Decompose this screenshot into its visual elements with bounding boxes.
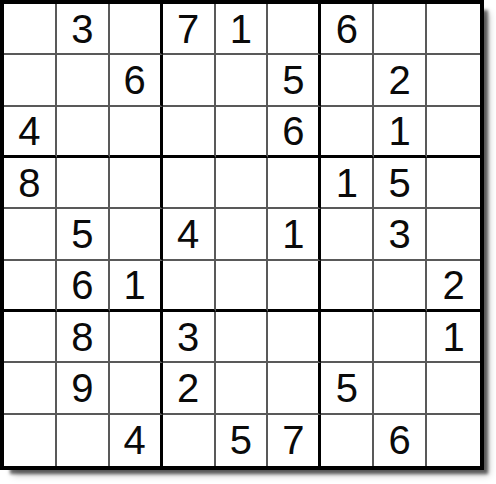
given-digit: 3: [177, 317, 199, 357]
cell-r3c2[interactable]: [57, 107, 110, 158]
given-digit: 1: [389, 111, 411, 151]
cell-r5c5[interactable]: [216, 209, 269, 260]
cell-r5c1[interactable]: [4, 209, 57, 260]
cell-r4c6[interactable]: [268, 158, 321, 209]
cell-r6c8[interactable]: [374, 261, 427, 312]
sudoku-board: 371665246181554136128319254576: [0, 0, 484, 470]
cell-r7c5[interactable]: [216, 312, 269, 363]
cell-r6c6[interactable]: [268, 261, 321, 312]
cell-r1c4[interactable]: 7: [163, 4, 216, 55]
cell-r3c7[interactable]: [321, 107, 374, 158]
cell-r6c5[interactable]: [216, 261, 269, 312]
given-digit: 9: [71, 368, 93, 408]
cell-r9c4[interactable]: [163, 415, 216, 466]
cell-r2c1[interactable]: [4, 55, 57, 106]
given-digit: 7: [282, 420, 304, 460]
cell-r1c6[interactable]: [268, 4, 321, 55]
cell-r4c1[interactable]: 8: [4, 158, 57, 209]
cell-r1c3[interactable]: [110, 4, 163, 55]
cell-r9c6[interactable]: 7: [268, 415, 321, 466]
cell-r7c1[interactable]: [4, 312, 57, 363]
given-digit: 6: [124, 60, 146, 100]
given-digit: 1: [442, 317, 464, 357]
given-digit: 2: [442, 265, 464, 305]
cell-r4c5[interactable]: [216, 158, 269, 209]
cell-r1c1[interactable]: [4, 4, 57, 55]
cell-r2c4[interactable]: [163, 55, 216, 106]
cell-r2c7[interactable]: [321, 55, 374, 106]
cell-r1c2[interactable]: 3: [57, 4, 110, 55]
given-digit: 5: [336, 368, 358, 408]
cell-r8c4[interactable]: 2: [163, 363, 216, 414]
cell-r4c4[interactable]: [163, 158, 216, 209]
cell-r9c7[interactable]: [321, 415, 374, 466]
given-digit: 6: [71, 265, 93, 305]
cell-r5c9[interactable]: [427, 209, 480, 260]
cell-r5c4[interactable]: 4: [163, 209, 216, 260]
cell-r6c4[interactable]: [163, 261, 216, 312]
cell-r2c8[interactable]: 2: [374, 55, 427, 106]
cell-r7c8[interactable]: [374, 312, 427, 363]
given-digit: 2: [389, 60, 411, 100]
cell-r1c9[interactable]: [427, 4, 480, 55]
cell-r6c1[interactable]: [4, 261, 57, 312]
given-digit: 5: [389, 163, 411, 203]
cell-r2c6[interactable]: 5: [268, 55, 321, 106]
cell-r2c9[interactable]: [427, 55, 480, 106]
cell-r4c7[interactable]: 1: [321, 158, 374, 209]
cell-r4c9[interactable]: [427, 158, 480, 209]
cell-r1c5[interactable]: 1: [216, 4, 269, 55]
cell-r6c2[interactable]: 6: [57, 261, 110, 312]
cell-r8c1[interactable]: [4, 363, 57, 414]
given-digit: 4: [177, 214, 199, 254]
given-digit: 5: [230, 420, 252, 460]
cell-r5c3[interactable]: [110, 209, 163, 260]
cell-r2c3[interactable]: 6: [110, 55, 163, 106]
cell-r3c6[interactable]: 6: [268, 107, 321, 158]
cell-r6c7[interactable]: [321, 261, 374, 312]
cell-r9c1[interactable]: [4, 415, 57, 466]
cell-r9c3[interactable]: 4: [110, 415, 163, 466]
given-digit: 8: [18, 163, 40, 203]
cell-r5c6[interactable]: 1: [268, 209, 321, 260]
cell-r3c8[interactable]: 1: [374, 107, 427, 158]
cell-r1c7[interactable]: 6: [321, 4, 374, 55]
given-digit: 3: [389, 214, 411, 254]
cell-r4c8[interactable]: 5: [374, 158, 427, 209]
given-digit: 1: [336, 163, 358, 203]
given-digit: 4: [18, 111, 40, 151]
given-digit: 3: [71, 9, 93, 49]
given-digit: 6: [389, 420, 411, 460]
given-digit: 6: [336, 9, 358, 49]
cell-r7c7[interactable]: [321, 312, 374, 363]
given-digit: 6: [282, 111, 304, 151]
given-digit: 8: [71, 317, 93, 357]
cell-r7c4[interactable]: 3: [163, 312, 216, 363]
page: 371665246181554136128319254576: [0, 0, 496, 484]
cell-r3c3[interactable]: [110, 107, 163, 158]
cell-r8c9[interactable]: [427, 363, 480, 414]
cell-r8c3[interactable]: [110, 363, 163, 414]
cell-r3c1[interactable]: 4: [4, 107, 57, 158]
cell-r5c7[interactable]: [321, 209, 374, 260]
given-digit: 4: [124, 420, 146, 460]
cell-r9c5[interactable]: 5: [216, 415, 269, 466]
cell-r3c9[interactable]: [427, 107, 480, 158]
cell-r2c5[interactable]: [216, 55, 269, 106]
cell-r8c5[interactable]: [216, 363, 269, 414]
cell-r4c3[interactable]: [110, 158, 163, 209]
sudoku-grid: 371665246181554136128319254576: [4, 4, 480, 466]
cell-r9c9[interactable]: [427, 415, 480, 466]
cell-r3c4[interactable]: [163, 107, 216, 158]
cell-r4c2[interactable]: [57, 158, 110, 209]
cell-r5c2[interactable]: 5: [57, 209, 110, 260]
given-digit: 5: [71, 214, 93, 254]
cell-r1c8[interactable]: [374, 4, 427, 55]
cell-r9c2[interactable]: [57, 415, 110, 466]
cell-r7c6[interactable]: [268, 312, 321, 363]
given-digit: 1: [282, 214, 304, 254]
cell-r8c2[interactable]: 9: [57, 363, 110, 414]
cell-r7c3[interactable]: [110, 312, 163, 363]
given-digit: 2: [177, 368, 199, 408]
cell-r2c2[interactable]: [57, 55, 110, 106]
cell-r6c3[interactable]: 1: [110, 261, 163, 312]
given-digit: 1: [230, 9, 252, 49]
cell-r7c9[interactable]: 1: [427, 312, 480, 363]
given-digit: 5: [282, 60, 304, 100]
cell-r9c8[interactable]: 6: [374, 415, 427, 466]
cell-r6c9[interactable]: 2: [427, 261, 480, 312]
cell-r8c6[interactable]: [268, 363, 321, 414]
cell-r7c2[interactable]: 8: [57, 312, 110, 363]
cell-r8c7[interactable]: 5: [321, 363, 374, 414]
cell-r3c5[interactable]: [216, 107, 269, 158]
given-digit: 7: [177, 9, 199, 49]
given-digit: 1: [124, 265, 146, 305]
cell-r8c8[interactable]: [374, 363, 427, 414]
cell-r5c8[interactable]: 3: [374, 209, 427, 260]
